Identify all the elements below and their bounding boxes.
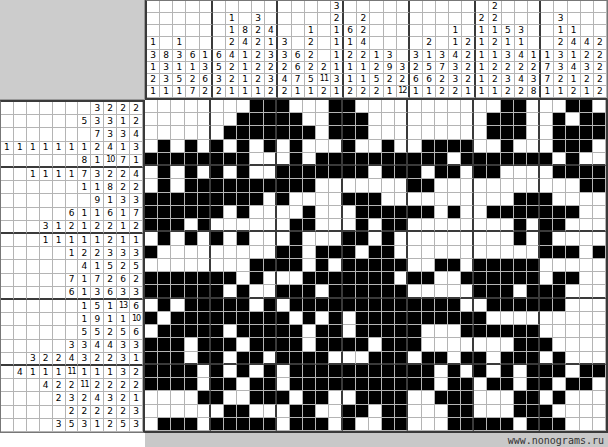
empty-cell[interactable]	[408, 285, 421, 298]
filled-cell[interactable]	[395, 166, 408, 179]
filled-cell[interactable]	[553, 126, 566, 139]
empty-cell[interactable]	[435, 405, 448, 418]
empty-cell[interactable]	[448, 272, 461, 285]
empty-cell[interactable]	[408, 126, 421, 139]
filled-cell[interactable]	[395, 325, 408, 338]
empty-cell[interactable]	[580, 193, 593, 206]
empty-cell[interactable]	[487, 338, 500, 351]
empty-cell[interactable]	[250, 140, 263, 153]
filled-cell[interactable]	[145, 338, 158, 351]
filled-cell[interactable]	[224, 378, 237, 391]
empty-cell[interactable]	[171, 166, 184, 179]
filled-cell[interactable]	[461, 418, 474, 431]
filled-cell[interactable]	[527, 338, 540, 351]
filled-cell[interactable]	[514, 232, 527, 245]
filled-cell[interactable]	[408, 153, 421, 166]
empty-cell[interactable]	[461, 100, 474, 113]
empty-cell[interactable]	[501, 338, 514, 351]
filled-cell[interactable]	[171, 325, 184, 338]
empty-cell[interactable]	[303, 259, 316, 272]
filled-cell[interactable]	[250, 100, 263, 113]
filled-cell[interactable]	[303, 378, 316, 391]
empty-cell[interactable]	[382, 126, 395, 139]
empty-cell[interactable]	[593, 206, 606, 219]
filled-cell[interactable]	[329, 272, 342, 285]
filled-cell[interactable]	[593, 365, 606, 378]
empty-cell[interactable]	[237, 272, 250, 285]
filled-cell[interactable]	[593, 179, 606, 192]
filled-cell[interactable]	[356, 299, 369, 312]
empty-cell[interactable]	[461, 338, 474, 351]
filled-cell[interactable]	[382, 352, 395, 365]
filled-cell[interactable]	[158, 232, 171, 245]
filled-cell[interactable]	[408, 338, 421, 351]
empty-cell[interactable]	[527, 232, 540, 245]
filled-cell[interactable]	[185, 325, 198, 338]
empty-cell[interactable]	[553, 232, 566, 245]
empty-cell[interactable]	[395, 126, 408, 139]
empty-cell[interactable]	[448, 232, 461, 245]
empty-cell[interactable]	[435, 219, 448, 232]
empty-cell[interactable]	[237, 391, 250, 404]
empty-cell[interactable]	[277, 418, 290, 431]
filled-cell[interactable]	[224, 338, 237, 351]
filled-cell[interactable]	[395, 365, 408, 378]
empty-cell[interactable]	[198, 113, 211, 126]
empty-cell[interactable]	[171, 405, 184, 418]
empty-cell[interactable]	[580, 259, 593, 272]
empty-cell[interactable]	[171, 391, 184, 404]
empty-cell[interactable]	[580, 206, 593, 219]
empty-cell[interactable]	[185, 352, 198, 365]
empty-cell[interactable]	[264, 272, 277, 285]
filled-cell[interactable]	[593, 126, 606, 139]
empty-cell[interactable]	[461, 246, 474, 259]
empty-cell[interactable]	[158, 113, 171, 126]
empty-cell[interactable]	[566, 325, 579, 338]
empty-cell[interactable]	[448, 100, 461, 113]
filled-cell[interactable]	[211, 378, 224, 391]
empty-cell[interactable]	[474, 246, 487, 259]
filled-cell[interactable]	[158, 338, 171, 351]
filled-cell[interactable]	[198, 299, 211, 312]
filled-cell[interactable]	[185, 206, 198, 219]
filled-cell[interactable]	[343, 140, 356, 153]
filled-cell[interactable]	[329, 113, 342, 126]
filled-cell[interactable]	[303, 285, 316, 298]
filled-cell[interactable]	[474, 312, 487, 325]
filled-cell[interactable]	[435, 352, 448, 365]
filled-cell[interactable]	[566, 206, 579, 219]
filled-cell[interactable]	[461, 391, 474, 404]
empty-cell[interactable]	[224, 113, 237, 126]
empty-cell[interactable]	[237, 338, 250, 351]
empty-cell[interactable]	[395, 179, 408, 192]
empty-cell[interactable]	[145, 405, 158, 418]
filled-cell[interactable]	[198, 325, 211, 338]
empty-cell[interactable]	[593, 232, 606, 245]
filled-cell[interactable]	[290, 232, 303, 245]
empty-cell[interactable]	[501, 166, 514, 179]
filled-cell[interactable]	[343, 113, 356, 126]
empty-cell[interactable]	[290, 391, 303, 404]
filled-cell[interactable]	[211, 153, 224, 166]
empty-cell[interactable]	[408, 100, 421, 113]
filled-cell[interactable]	[158, 285, 171, 298]
filled-cell[interactable]	[277, 325, 290, 338]
filled-cell[interactable]	[382, 405, 395, 418]
empty-cell[interactable]	[593, 100, 606, 113]
empty-cell[interactable]	[422, 219, 435, 232]
empty-cell[interactable]	[198, 126, 211, 139]
empty-cell[interactable]	[553, 179, 566, 192]
filled-cell[interactable]	[237, 193, 250, 206]
empty-cell[interactable]	[408, 193, 421, 206]
filled-cell[interactable]	[316, 365, 329, 378]
empty-cell[interactable]	[514, 140, 527, 153]
filled-cell[interactable]	[237, 312, 250, 325]
filled-cell[interactable]	[303, 391, 316, 404]
filled-cell[interactable]	[250, 259, 263, 272]
filled-cell[interactable]	[514, 352, 527, 365]
filled-cell[interactable]	[290, 246, 303, 259]
filled-cell[interactable]	[408, 179, 421, 192]
filled-cell[interactable]	[593, 246, 606, 259]
filled-cell[interactable]	[553, 140, 566, 153]
empty-cell[interactable]	[474, 405, 487, 418]
empty-cell[interactable]	[277, 272, 290, 285]
empty-cell[interactable]	[158, 100, 171, 113]
filled-cell[interactable]	[158, 153, 171, 166]
filled-cell[interactable]	[566, 153, 579, 166]
filled-cell[interactable]	[395, 153, 408, 166]
filled-cell[interactable]	[501, 352, 514, 365]
filled-cell[interactable]	[408, 299, 421, 312]
filled-cell[interactable]	[250, 312, 263, 325]
empty-cell[interactable]	[303, 246, 316, 259]
empty-cell[interactable]	[382, 100, 395, 113]
filled-cell[interactable]	[501, 272, 514, 285]
filled-cell[interactable]	[448, 140, 461, 153]
filled-cell[interactable]	[514, 338, 527, 351]
empty-cell[interactable]	[580, 272, 593, 285]
filled-cell[interactable]	[395, 312, 408, 325]
empty-cell[interactable]	[566, 418, 579, 431]
empty-cell[interactable]	[171, 126, 184, 139]
filled-cell[interactable]	[408, 312, 421, 325]
filled-cell[interactable]	[211, 312, 224, 325]
empty-cell[interactable]	[250, 206, 263, 219]
empty-cell[interactable]	[580, 312, 593, 325]
empty-cell[interactable]	[501, 193, 514, 206]
filled-cell[interactable]	[514, 100, 527, 113]
empty-cell[interactable]	[461, 126, 474, 139]
filled-cell[interactable]	[277, 391, 290, 404]
empty-cell[interactable]	[540, 100, 553, 113]
empty-cell[interactable]	[316, 206, 329, 219]
puzzle-grid[interactable]	[145, 100, 608, 433]
empty-cell[interactable]	[474, 193, 487, 206]
filled-cell[interactable]	[316, 378, 329, 391]
filled-cell[interactable]	[408, 378, 421, 391]
empty-cell[interactable]	[422, 166, 435, 179]
filled-cell[interactable]	[171, 352, 184, 365]
empty-cell[interactable]	[224, 246, 237, 259]
empty-cell[interactable]	[553, 338, 566, 351]
empty-cell[interactable]	[316, 285, 329, 298]
empty-cell[interactable]	[540, 259, 553, 272]
filled-cell[interactable]	[329, 100, 342, 113]
empty-cell[interactable]	[145, 232, 158, 245]
filled-cell[interactable]	[369, 272, 382, 285]
filled-cell[interactable]	[422, 153, 435, 166]
empty-cell[interactable]	[395, 140, 408, 153]
filled-cell[interactable]	[237, 285, 250, 298]
filled-cell[interactable]	[171, 193, 184, 206]
filled-cell[interactable]	[224, 153, 237, 166]
filled-cell[interactable]	[277, 113, 290, 126]
filled-cell[interactable]	[290, 418, 303, 431]
filled-cell[interactable]	[264, 325, 277, 338]
filled-cell[interactable]	[198, 352, 211, 365]
empty-cell[interactable]	[461, 365, 474, 378]
empty-cell[interactable]	[316, 140, 329, 153]
filled-cell[interactable]	[461, 352, 474, 365]
filled-cell[interactable]	[474, 418, 487, 431]
filled-cell[interactable]	[553, 246, 566, 259]
filled-cell[interactable]	[237, 166, 250, 179]
filled-cell[interactable]	[224, 179, 237, 192]
filled-cell[interactable]	[237, 365, 250, 378]
filled-cell[interactable]	[277, 246, 290, 259]
empty-cell[interactable]	[224, 140, 237, 153]
filled-cell[interactable]	[237, 405, 250, 418]
filled-cell[interactable]	[448, 299, 461, 312]
filled-cell[interactable]	[514, 219, 527, 232]
empty-cell[interactable]	[474, 140, 487, 153]
filled-cell[interactable]	[356, 312, 369, 325]
empty-cell[interactable]	[145, 113, 158, 126]
filled-cell[interactable]	[329, 285, 342, 298]
filled-cell[interactable]	[237, 206, 250, 219]
empty-cell[interactable]	[277, 405, 290, 418]
empty-cell[interactable]	[422, 259, 435, 272]
filled-cell[interactable]	[382, 325, 395, 338]
empty-cell[interactable]	[158, 391, 171, 404]
filled-cell[interactable]	[369, 391, 382, 404]
filled-cell[interactable]	[382, 418, 395, 431]
empty-cell[interactable]	[290, 193, 303, 206]
filled-cell[interactable]	[316, 246, 329, 259]
filled-cell[interactable]	[211, 299, 224, 312]
empty-cell[interactable]	[198, 232, 211, 245]
filled-cell[interactable]	[329, 299, 342, 312]
filled-cell[interactable]	[501, 206, 514, 219]
filled-cell[interactable]	[527, 193, 540, 206]
filled-cell[interactable]	[566, 272, 579, 285]
filled-cell[interactable]	[448, 206, 461, 219]
empty-cell[interactable]	[593, 140, 606, 153]
filled-cell[interactable]	[316, 391, 329, 404]
empty-cell[interactable]	[514, 312, 527, 325]
filled-cell[interactable]	[290, 338, 303, 351]
filled-cell[interactable]	[316, 418, 329, 431]
empty-cell[interactable]	[145, 140, 158, 153]
empty-cell[interactable]	[408, 418, 421, 431]
empty-cell[interactable]	[461, 299, 474, 312]
filled-cell[interactable]	[540, 299, 553, 312]
empty-cell[interactable]	[277, 299, 290, 312]
empty-cell[interactable]	[540, 179, 553, 192]
empty-cell[interactable]	[264, 153, 277, 166]
empty-cell[interactable]	[224, 285, 237, 298]
filled-cell[interactable]	[422, 365, 435, 378]
empty-cell[interactable]	[395, 246, 408, 259]
filled-cell[interactable]	[250, 126, 263, 139]
filled-cell[interactable]	[540, 246, 553, 259]
filled-cell[interactable]	[408, 272, 421, 285]
empty-cell[interactable]	[566, 299, 579, 312]
empty-cell[interactable]	[474, 206, 487, 219]
filled-cell[interactable]	[303, 365, 316, 378]
filled-cell[interactable]	[158, 299, 171, 312]
filled-cell[interactable]	[290, 140, 303, 153]
empty-cell[interactable]	[553, 378, 566, 391]
filled-cell[interactable]	[580, 166, 593, 179]
filled-cell[interactable]	[448, 166, 461, 179]
empty-cell[interactable]	[171, 140, 184, 153]
empty-cell[interactable]	[369, 140, 382, 153]
filled-cell[interactable]	[487, 378, 500, 391]
filled-cell[interactable]	[185, 378, 198, 391]
empty-cell[interactable]	[553, 153, 566, 166]
empty-cell[interactable]	[422, 246, 435, 259]
empty-cell[interactable]	[553, 259, 566, 272]
filled-cell[interactable]	[527, 325, 540, 338]
filled-cell[interactable]	[540, 285, 553, 298]
filled-cell[interactable]	[540, 338, 553, 351]
empty-cell[interactable]	[356, 100, 369, 113]
filled-cell[interactable]	[566, 378, 579, 391]
empty-cell[interactable]	[448, 113, 461, 126]
empty-cell[interactable]	[540, 126, 553, 139]
filled-cell[interactable]	[474, 352, 487, 365]
empty-cell[interactable]	[316, 405, 329, 418]
empty-cell[interactable]	[211, 259, 224, 272]
filled-cell[interactable]	[185, 179, 198, 192]
empty-cell[interactable]	[185, 405, 198, 418]
empty-cell[interactable]	[580, 246, 593, 259]
empty-cell[interactable]	[566, 259, 579, 272]
empty-cell[interactable]	[158, 126, 171, 139]
filled-cell[interactable]	[316, 272, 329, 285]
empty-cell[interactable]	[580, 285, 593, 298]
filled-cell[interactable]	[527, 405, 540, 418]
filled-cell[interactable]	[527, 285, 540, 298]
filled-cell[interactable]	[329, 325, 342, 338]
filled-cell[interactable]	[382, 391, 395, 404]
empty-cell[interactable]	[435, 193, 448, 206]
filled-cell[interactable]	[501, 153, 514, 166]
empty-cell[interactable]	[593, 405, 606, 418]
filled-cell[interactable]	[211, 179, 224, 192]
filled-cell[interactable]	[448, 378, 461, 391]
empty-cell[interactable]	[487, 405, 500, 418]
empty-cell[interactable]	[198, 259, 211, 272]
empty-cell[interactable]	[593, 299, 606, 312]
empty-cell[interactable]	[501, 405, 514, 418]
empty-cell[interactable]	[540, 113, 553, 126]
filled-cell[interactable]	[474, 325, 487, 338]
filled-cell[interactable]	[395, 391, 408, 404]
empty-cell[interactable]	[171, 113, 184, 126]
filled-cell[interactable]	[211, 352, 224, 365]
filled-cell[interactable]	[356, 338, 369, 351]
filled-cell[interactable]	[343, 285, 356, 298]
filled-cell[interactable]	[290, 299, 303, 312]
empty-cell[interactable]	[435, 246, 448, 259]
filled-cell[interactable]	[343, 100, 356, 113]
empty-cell[interactable]	[580, 325, 593, 338]
filled-cell[interactable]	[487, 299, 500, 312]
filled-cell[interactable]	[501, 325, 514, 338]
empty-cell[interactable]	[198, 100, 211, 113]
filled-cell[interactable]	[158, 378, 171, 391]
filled-cell[interactable]	[527, 352, 540, 365]
filled-cell[interactable]	[211, 338, 224, 351]
empty-cell[interactable]	[316, 219, 329, 232]
empty-cell[interactable]	[250, 285, 263, 298]
empty-cell[interactable]	[211, 405, 224, 418]
empty-cell[interactable]	[316, 113, 329, 126]
empty-cell[interactable]	[303, 100, 316, 113]
empty-cell[interactable]	[593, 391, 606, 404]
filled-cell[interactable]	[343, 365, 356, 378]
filled-cell[interactable]	[540, 378, 553, 391]
filled-cell[interactable]	[264, 113, 277, 126]
filled-cell[interactable]	[158, 193, 171, 206]
empty-cell[interactable]	[527, 219, 540, 232]
empty-cell[interactable]	[474, 219, 487, 232]
filled-cell[interactable]	[211, 285, 224, 298]
filled-cell[interactable]	[514, 259, 527, 272]
empty-cell[interactable]	[566, 338, 579, 351]
empty-cell[interactable]	[224, 391, 237, 404]
filled-cell[interactable]	[501, 299, 514, 312]
empty-cell[interactable]	[593, 259, 606, 272]
filled-cell[interactable]	[369, 299, 382, 312]
filled-cell[interactable]	[514, 325, 527, 338]
empty-cell[interactable]	[145, 126, 158, 139]
empty-cell[interactable]	[369, 166, 382, 179]
filled-cell[interactable]	[501, 113, 514, 126]
empty-cell[interactable]	[171, 246, 184, 259]
empty-cell[interactable]	[580, 405, 593, 418]
filled-cell[interactable]	[316, 166, 329, 179]
filled-cell[interactable]	[487, 126, 500, 139]
filled-cell[interactable]	[171, 206, 184, 219]
empty-cell[interactable]	[316, 232, 329, 245]
filled-cell[interactable]	[290, 285, 303, 298]
empty-cell[interactable]	[580, 338, 593, 351]
empty-cell[interactable]	[343, 325, 356, 338]
empty-cell[interactable]	[435, 338, 448, 351]
empty-cell[interactable]	[277, 232, 290, 245]
filled-cell[interactable]	[145, 206, 158, 219]
empty-cell[interactable]	[474, 299, 487, 312]
filled-cell[interactable]	[343, 418, 356, 431]
filled-cell[interactable]	[356, 113, 369, 126]
